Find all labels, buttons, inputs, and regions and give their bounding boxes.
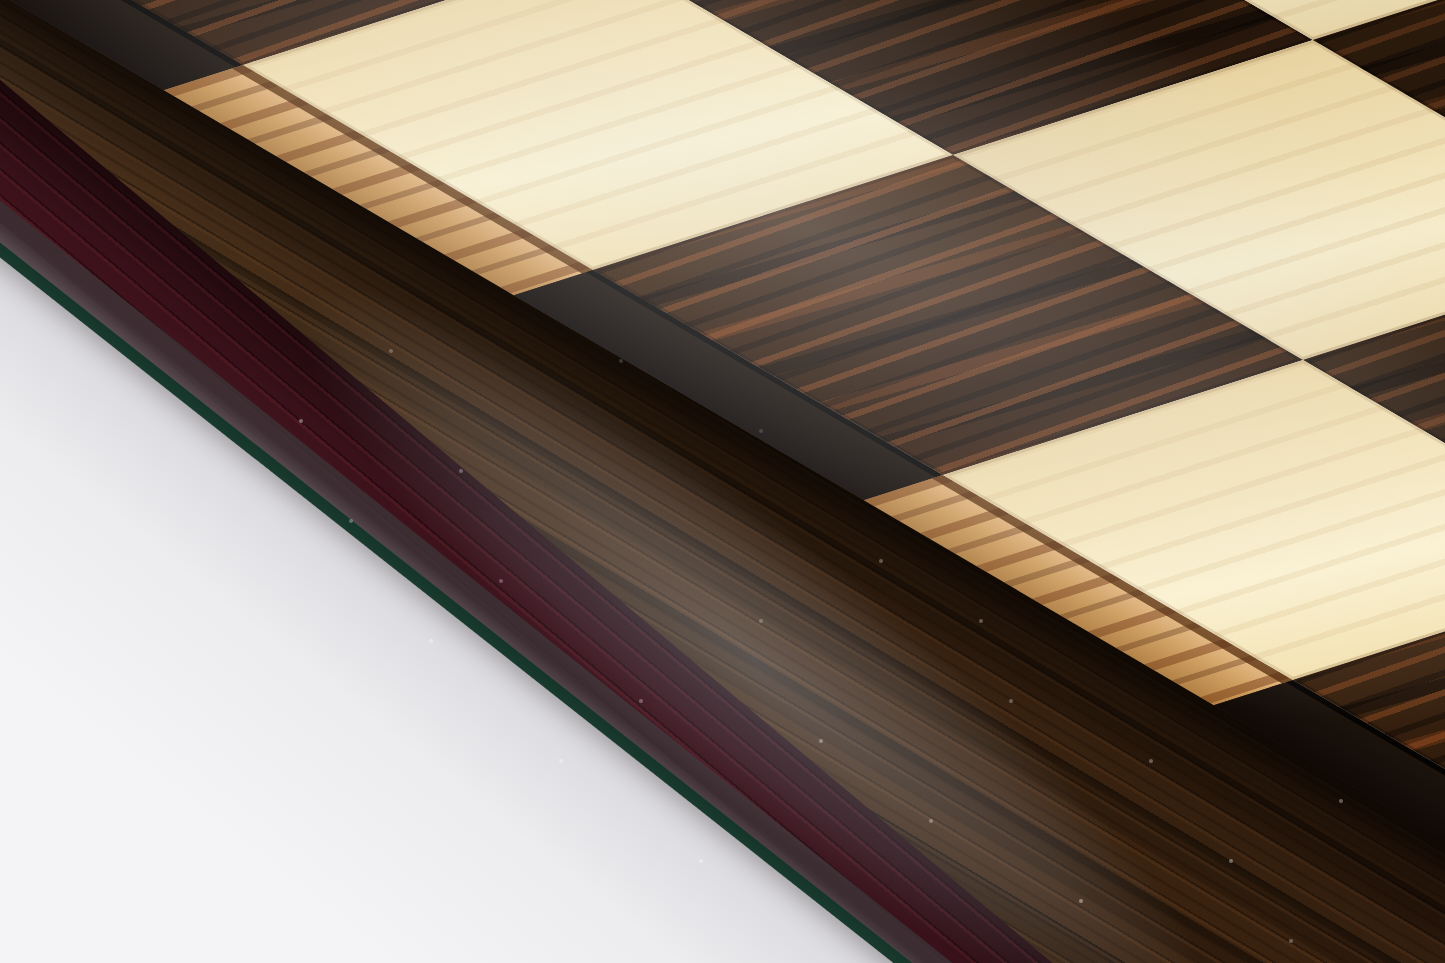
dust-specks xyxy=(0,0,2,2)
chessboard-photo xyxy=(0,0,1445,963)
